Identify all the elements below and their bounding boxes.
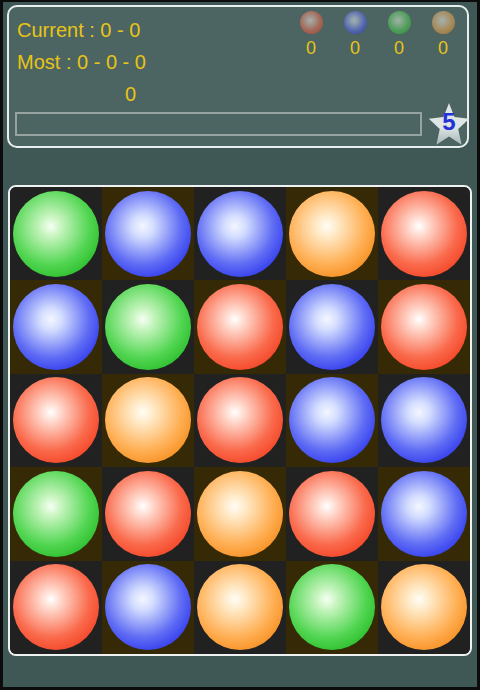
red-ball[interactable] [381,284,467,370]
blue-ball[interactable] [105,564,191,650]
board-cell-r3c3[interactable] [194,374,286,467]
blue-ball[interactable] [197,191,283,277]
board-cell-r1c5[interactable] [378,187,470,280]
board-cell-r3c1[interactable] [10,374,102,467]
blue-ball[interactable] [105,191,191,277]
board-cell-r1c3[interactable] [194,187,286,280]
board-cell-r2c1[interactable] [10,280,102,373]
board-cell-r4c2[interactable] [102,467,194,560]
board-cell-r5c2[interactable] [102,561,194,654]
red-ball[interactable] [197,284,283,370]
red-ball[interactable] [13,377,99,463]
blue-ball[interactable] [289,284,375,370]
red-ball[interactable] [105,471,191,557]
red-ball[interactable] [13,564,99,650]
score-panel: Current : 0 - 0 Most : 0 - 0 - 0 0 0 0 0… [7,5,469,148]
board-cell-r2c4[interactable] [286,280,378,373]
board-cell-r4c3[interactable] [194,467,286,560]
board-cell-r4c1[interactable] [10,467,102,560]
board-cell-r4c5[interactable] [378,467,470,560]
board-grid [10,187,470,654]
orange-ball[interactable] [105,377,191,463]
board-cell-r4c4[interactable] [286,467,378,560]
red-ball[interactable] [197,377,283,463]
board-cell-r5c5[interactable] [378,561,470,654]
orange-ball[interactable] [381,564,467,650]
board-cell-r2c3[interactable] [194,280,286,373]
blue-ball[interactable] [381,377,467,463]
orange-ball-count: 0 [438,38,448,59]
green-ball[interactable] [13,471,99,557]
board-cell-r5c4[interactable] [286,561,378,654]
board-cell-r1c1[interactable] [10,187,102,280]
board-cell-r3c5[interactable] [378,374,470,467]
counter-red: 0 [289,11,333,59]
orange-ball[interactable] [197,471,283,557]
ball-counters: 0 0 0 0 [289,11,465,59]
game-board [8,185,472,656]
board-cell-r2c2[interactable] [102,280,194,373]
board-cell-r3c4[interactable] [286,374,378,467]
green-ball[interactable] [13,191,99,277]
green-ball[interactable] [289,564,375,650]
red-ball-count: 0 [306,38,316,59]
orange-ball-icon [432,11,455,34]
orange-ball[interactable] [289,191,375,277]
blue-ball-count: 0 [350,38,360,59]
app-screen: Current : 0 - 0 Most : 0 - 0 - 0 0 0 0 0… [0,0,480,690]
progress-bar [15,112,422,136]
star-badge: 5 [428,103,470,149]
blue-ball[interactable] [381,471,467,557]
blue-ball-icon [344,11,367,34]
blue-ball[interactable] [289,377,375,463]
green-ball-count: 0 [394,38,404,59]
red-ball[interactable] [381,191,467,277]
most-score-text: Most : 0 - 0 - 0 [17,51,146,74]
green-ball-icon [388,11,411,34]
board-cell-r1c4[interactable] [286,187,378,280]
board-cell-r2c5[interactable] [378,280,470,373]
board-cell-r3c2[interactable] [102,374,194,467]
red-ball-icon [300,11,323,34]
counter-blue: 0 [333,11,377,59]
orange-ball[interactable] [197,564,283,650]
counter-orange: 0 [421,11,465,59]
blue-ball[interactable] [13,284,99,370]
board-cell-r5c3[interactable] [194,561,286,654]
red-ball[interactable] [289,471,375,557]
star-count: 5 [428,108,470,136]
score-value: 0 [125,83,136,106]
current-score-text: Current : 0 - 0 [17,19,140,42]
counter-green: 0 [377,11,421,59]
board-cell-r1c2[interactable] [102,187,194,280]
green-ball[interactable] [105,284,191,370]
board-cell-r5c1[interactable] [10,561,102,654]
